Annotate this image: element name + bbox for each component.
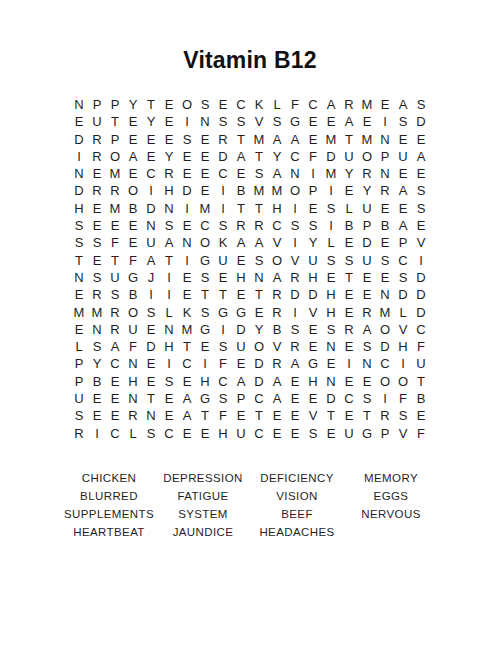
- grid-cell-r15c16: E: [340, 338, 358, 355]
- grid-cell-r3c17: M: [358, 131, 376, 148]
- grid-cell-r4c10: A: [232, 148, 250, 165]
- grid-cell-r19c11: T: [250, 407, 268, 424]
- puzzle-title: Vitamin B12: [0, 47, 500, 74]
- grid-cell-r4c14: F: [304, 148, 322, 165]
- grid-cell-r18c5: T: [142, 390, 160, 407]
- grid-cell-r8c10: R: [232, 217, 250, 234]
- grid-cell-r17c9: C: [214, 373, 232, 390]
- grid-cell-r9c12: V: [268, 234, 286, 251]
- grid-cell-r5c13: N: [286, 165, 304, 182]
- grid-cell-r2c9: S: [214, 113, 232, 130]
- grid-cell-r17c1: P: [70, 373, 88, 390]
- grid-cell-r13c6: L: [160, 304, 178, 321]
- grid-cell-r2c5: Y: [142, 113, 160, 130]
- grid-cell-r7c20: S: [412, 200, 430, 217]
- grid-cell-r3c9: R: [214, 131, 232, 148]
- grid-cell-r13c19: L: [394, 304, 412, 321]
- grid-cell-r2c17: E: [358, 113, 376, 130]
- grid-cell-r1c9: E: [214, 96, 232, 113]
- grid-cell-r17c13: E: [286, 373, 304, 390]
- grid-cell-r6c6: H: [160, 182, 178, 199]
- grid-cell-r16c13: A: [286, 355, 304, 372]
- grid-cell-r1c1: N: [70, 96, 88, 113]
- grid-cell-r1c6: E: [160, 96, 178, 113]
- grid-cell-r20c4: L: [124, 425, 142, 442]
- grid-cell-r10c2: E: [88, 252, 106, 269]
- grid-cell-r17c18: O: [376, 373, 394, 390]
- grid-cell-r20c3: C: [106, 425, 124, 442]
- grid-cell-r10c5: A: [142, 252, 160, 269]
- grid-cell-r19c13: E: [286, 407, 304, 424]
- grid-cell-r3c18: N: [376, 131, 394, 148]
- grid-cell-r13c8: S: [196, 304, 214, 321]
- grid-cell-r19c5: N: [142, 407, 160, 424]
- grid-cell-r19c17: T: [358, 407, 376, 424]
- grid-cell-r15c5: D: [142, 338, 160, 355]
- grid-cell-r17c15: N: [322, 373, 340, 390]
- grid-cell-r5c16: Y: [340, 165, 358, 182]
- grid-cell-r5c12: A: [268, 165, 286, 182]
- grid-cell-r14c7: M: [178, 321, 196, 338]
- grid-cell-r15c10: U: [232, 338, 250, 355]
- grid-cell-r8c17: P: [358, 217, 376, 234]
- grid-cell-r10c1: T: [70, 252, 88, 269]
- grid-cell-r13c3: R: [106, 304, 124, 321]
- grid-cell-r11c14: H: [304, 269, 322, 286]
- grid-cell-r20c15: E: [322, 425, 340, 442]
- grid-cell-r15c1: L: [70, 338, 88, 355]
- grid-cell-r14c11: Y: [250, 321, 268, 338]
- grid-cell-r5c20: E: [412, 165, 430, 182]
- grid-cell-r4c13: C: [286, 148, 304, 165]
- grid-cell-r1c20: S: [412, 96, 430, 113]
- grid-cell-r13c4: O: [124, 304, 142, 321]
- word-bank-item-system: SYSTEM: [156, 505, 250, 523]
- grid-cell-r6c19: A: [394, 182, 412, 199]
- grid-cell-r19c6: E: [160, 407, 178, 424]
- grid-cell-r20c16: U: [340, 425, 358, 442]
- grid-cell-r1c3: P: [106, 96, 124, 113]
- grid-cell-r14c6: N: [160, 321, 178, 338]
- grid-cell-r14c13: S: [286, 321, 304, 338]
- grid-cell-r8c20: E: [412, 217, 430, 234]
- grid-cell-r19c16: E: [340, 407, 358, 424]
- grid-cell-r2c8: N: [196, 113, 214, 130]
- grid-cell-r6c5: I: [142, 182, 160, 199]
- grid-cell-r11c15: E: [322, 269, 340, 286]
- grid-cell-r4c17: O: [358, 148, 376, 165]
- grid-cell-r19c12: E: [268, 407, 286, 424]
- grid-cell-r2c1: E: [70, 113, 88, 130]
- grid-cell-r9c14: Y: [304, 234, 322, 251]
- grid-cell-r11c9: E: [214, 269, 232, 286]
- word-bank-empty: [344, 523, 438, 541]
- grid-cell-r14c5: E: [142, 321, 160, 338]
- grid-cell-r15c14: E: [304, 338, 322, 355]
- grid-cell-r7c3: M: [106, 200, 124, 217]
- grid-cell-r9c1: S: [70, 234, 88, 251]
- grid-cell-r14c12: B: [268, 321, 286, 338]
- grid-cell-r7c7: I: [178, 200, 196, 217]
- grid-cell-r15c13: R: [286, 338, 304, 355]
- word-bank-item-deficiency: DEFICIENCY: [250, 469, 344, 487]
- grid-cell-r2c2: U: [88, 113, 106, 130]
- grid-cell-r1c10: C: [232, 96, 250, 113]
- grid-cell-r13c17: R: [358, 304, 376, 321]
- grid-cell-r17c17: E: [358, 373, 376, 390]
- grid-cell-r10c3: T: [106, 252, 124, 269]
- grid-cell-r6c11: M: [250, 182, 268, 199]
- grid-cell-r16c18: C: [376, 355, 394, 372]
- grid-cell-r6c17: Y: [358, 182, 376, 199]
- grid-cell-r2c10: S: [232, 113, 250, 130]
- grid-cell-r12c18: N: [376, 286, 394, 303]
- grid-cell-r13c16: E: [340, 304, 358, 321]
- grid-cell-r20c2: I: [88, 425, 106, 442]
- grid-cell-r14c20: C: [412, 321, 430, 338]
- grid-cell-r5c9: C: [214, 165, 232, 182]
- grid-cell-r18c15: D: [322, 390, 340, 407]
- grid-cell-r15c7: T: [178, 338, 196, 355]
- grid-cell-r9c18: E: [376, 234, 394, 251]
- grid-cell-r6c10: B: [232, 182, 250, 199]
- grid-cell-r3c15: M: [322, 131, 340, 148]
- grid-cell-r20c13: E: [286, 425, 304, 442]
- grid-cell-r20c17: G: [358, 425, 376, 442]
- grid-cell-r8c4: E: [124, 217, 142, 234]
- grid-cell-r12c7: E: [178, 286, 196, 303]
- grid-cell-r4c8: E: [196, 148, 214, 165]
- word-bank-item-heartbeat: HEARTBEAT: [62, 523, 156, 541]
- grid-cell-r4c16: U: [340, 148, 358, 165]
- grid-cell-r1c7: O: [178, 96, 196, 113]
- grid-cell-r17c19: O: [394, 373, 412, 390]
- grid-cell-r13c18: M: [376, 304, 394, 321]
- grid-cell-r7c16: L: [340, 200, 358, 217]
- grid-cell-r19c2: E: [88, 407, 106, 424]
- grid-cell-r12c13: D: [286, 286, 304, 303]
- grid-cell-r6c2: R: [88, 182, 106, 199]
- grid-cell-r17c4: H: [124, 373, 142, 390]
- grid-cell-r14c3: R: [106, 321, 124, 338]
- grid-cell-r8c1: S: [70, 217, 88, 234]
- grid-cell-r3c16: T: [340, 131, 358, 148]
- word-bank-item-memory: MEMORY: [344, 469, 438, 487]
- grid-cell-r11c2: S: [88, 269, 106, 286]
- grid-cell-r18c14: E: [304, 390, 322, 407]
- grid-cell-r4c15: D: [322, 148, 340, 165]
- grid-cell-r2c12: S: [268, 113, 286, 130]
- grid-cell-r6c8: E: [196, 182, 214, 199]
- word-bank-item-supplements: SUPPLEMENTS: [62, 505, 156, 523]
- grid-cell-r13c15: H: [322, 304, 340, 321]
- grid-cell-r15c20: F: [412, 338, 430, 355]
- grid-cell-r1c11: K: [250, 96, 268, 113]
- grid-cell-r16c15: E: [322, 355, 340, 372]
- grid-cell-r4c1: I: [70, 148, 88, 165]
- grid-cell-r2c15: E: [322, 113, 340, 130]
- grid-cell-r3c1: D: [70, 131, 88, 148]
- grid-cell-r2c3: T: [106, 113, 124, 130]
- grid-cell-r4c7: E: [178, 148, 196, 165]
- grid-cell-r12c9: T: [214, 286, 232, 303]
- grid-cell-r14c15: S: [322, 321, 340, 338]
- grid-cell-r17c14: H: [304, 373, 322, 390]
- grid-cell-r3c6: E: [160, 131, 178, 148]
- grid-cell-r7c19: E: [394, 200, 412, 217]
- grid-cell-r8c11: R: [250, 217, 268, 234]
- grid-cell-r17c20: T: [412, 373, 430, 390]
- grid-cell-r20c20: F: [412, 425, 430, 442]
- grid-cell-r3c20: E: [412, 131, 430, 148]
- grid-cell-r9c5: U: [142, 234, 160, 251]
- grid-cell-r10c16: S: [340, 252, 358, 269]
- grid-cell-r13c14: V: [304, 304, 322, 321]
- grid-cell-r18c2: E: [88, 390, 106, 407]
- grid-cell-r17c16: E: [340, 373, 358, 390]
- grid-cell-r20c11: C: [250, 425, 268, 442]
- grid-cell-r6c1: D: [70, 182, 88, 199]
- grid-cell-r9c8: O: [196, 234, 214, 251]
- grid-cell-r15c11: O: [250, 338, 268, 355]
- grid-cell-r17c8: H: [196, 373, 214, 390]
- grid-cell-r3c12: A: [268, 131, 286, 148]
- grid-cell-r15c3: A: [106, 338, 124, 355]
- grid-cell-r5c2: E: [88, 165, 106, 182]
- grid-cell-r18c17: S: [358, 390, 376, 407]
- grid-cell-r5c3: M: [106, 165, 124, 182]
- grid-cell-r9c7: N: [178, 234, 196, 251]
- grid-cell-r10c10: E: [232, 252, 250, 269]
- grid-cell-r16c16: I: [340, 355, 358, 372]
- grid-cell-r18c10: P: [232, 390, 250, 407]
- grid-cell-r12c17: E: [358, 286, 376, 303]
- grid-cell-r6c14: P: [304, 182, 322, 199]
- grid-cell-r16c7: C: [178, 355, 196, 372]
- grid-cell-r18c6: E: [160, 390, 178, 407]
- grid-cell-r1c14: C: [304, 96, 322, 113]
- grid-cell-r10c11: S: [250, 252, 268, 269]
- grid-cell-r9c19: P: [394, 234, 412, 251]
- grid-cell-r6c12: M: [268, 182, 286, 199]
- grid-cell-r15c17: S: [358, 338, 376, 355]
- grid-cell-r12c12: R: [268, 286, 286, 303]
- grid-cell-r12c16: E: [340, 286, 358, 303]
- grid-cell-r7c15: S: [322, 200, 340, 217]
- grid-cell-r1c5: T: [142, 96, 160, 113]
- grid-cell-r14c16: R: [340, 321, 358, 338]
- grid-cell-r17c3: E: [106, 373, 124, 390]
- grid-cell-r9c16: E: [340, 234, 358, 251]
- grid-cell-r5c5: C: [142, 165, 160, 182]
- grid-cell-r15c15: N: [322, 338, 340, 355]
- grid-cell-r5c4: E: [124, 165, 142, 182]
- grid-cell-r9c10: A: [232, 234, 250, 251]
- grid-cell-r7c18: E: [376, 200, 394, 217]
- grid-cell-r2c13: G: [286, 113, 304, 130]
- grid-cell-r8c9: S: [214, 217, 232, 234]
- word-bank-item-fatigue: FATIGUE: [156, 487, 250, 505]
- grid-cell-r14c2: N: [88, 321, 106, 338]
- grid-cell-r3c3: P: [106, 131, 124, 148]
- grid-cell-r9c9: K: [214, 234, 232, 251]
- grid-cell-r15c9: S: [214, 338, 232, 355]
- grid-cell-r6c18: R: [376, 182, 394, 199]
- grid-cell-r19c14: V: [304, 407, 322, 424]
- grid-cell-r19c4: R: [124, 407, 142, 424]
- grid-cell-r19c15: T: [322, 407, 340, 424]
- grid-cell-r16c19: I: [394, 355, 412, 372]
- grid-cell-r11c3: U: [106, 269, 124, 286]
- grid-cell-r18c8: G: [196, 390, 214, 407]
- grid-cell-r8c16: B: [340, 217, 358, 234]
- grid-cell-r16c11: D: [250, 355, 268, 372]
- word-bank: CHICKENDEPRESSIONDEFICIENCYMEMORYBLURRED…: [62, 469, 438, 541]
- grid-cell-r9c15: L: [322, 234, 340, 251]
- grid-cell-r1c18: E: [376, 96, 394, 113]
- grid-cell-r11c10: H: [232, 269, 250, 286]
- grid-cell-r7c14: E: [304, 200, 322, 217]
- grid-cell-r7c9: I: [214, 200, 232, 217]
- grid-cell-r2c20: D: [412, 113, 430, 130]
- grid-cell-r20c7: E: [178, 425, 196, 442]
- grid-cell-r12c6: I: [160, 286, 178, 303]
- grid-cell-r1c19: A: [394, 96, 412, 113]
- grid-cell-r8c8: C: [196, 217, 214, 234]
- grid-cell-r7c10: T: [232, 200, 250, 217]
- grid-cell-r4c2: R: [88, 148, 106, 165]
- grid-cell-r6c13: O: [286, 182, 304, 199]
- grid-cell-r7c17: U: [358, 200, 376, 217]
- grid-cell-r3c13: A: [286, 131, 304, 148]
- grid-cell-r1c16: R: [340, 96, 358, 113]
- grid-cell-r3c2: R: [88, 131, 106, 148]
- grid-cell-r10c6: T: [160, 252, 178, 269]
- word-bank-item-depression: DEPRESSION: [156, 469, 250, 487]
- grid-cell-r14c10: D: [232, 321, 250, 338]
- grid-cell-r20c9: H: [214, 425, 232, 442]
- grid-cell-r6c9: I: [214, 182, 232, 199]
- grid-cell-r5c7: E: [178, 165, 196, 182]
- grid-cell-r8c18: B: [376, 217, 394, 234]
- grid-cell-r18c11: C: [250, 390, 268, 407]
- grid-cell-r4c19: U: [394, 148, 412, 165]
- word-bank-item-eggs: EGGS: [344, 487, 438, 505]
- grid-cell-r18c7: A: [178, 390, 196, 407]
- grid-cell-r9c4: E: [124, 234, 142, 251]
- grid-cell-r13c9: G: [214, 304, 232, 321]
- grid-cell-r1c12: L: [268, 96, 286, 113]
- grid-cell-r13c13: I: [286, 304, 304, 321]
- grid-cell-r19c9: F: [214, 407, 232, 424]
- grid-cell-r20c18: P: [376, 425, 394, 442]
- grid-cell-r7c13: I: [286, 200, 304, 217]
- grid-cell-r13c20: D: [412, 304, 430, 321]
- grid-cell-r16c10: E: [232, 355, 250, 372]
- grid-cell-r3c11: M: [250, 131, 268, 148]
- grid-cell-r14c8: G: [196, 321, 214, 338]
- grid-cell-r17c10: A: [232, 373, 250, 390]
- grid-cell-r17c5: E: [142, 373, 160, 390]
- grid-cell-r12c5: I: [142, 286, 160, 303]
- grid-cell-r16c1: P: [70, 355, 88, 372]
- grid-cell-r19c20: E: [412, 407, 430, 424]
- grid-cell-r12c3: S: [106, 286, 124, 303]
- grid-cell-r15c8: E: [196, 338, 214, 355]
- grid-cell-r7c12: H: [268, 200, 286, 217]
- grid-cell-r17c2: B: [88, 373, 106, 390]
- grid-cell-r14c18: O: [376, 321, 394, 338]
- grid-cell-r2c14: E: [304, 113, 322, 130]
- grid-cell-r7c2: E: [88, 200, 106, 217]
- grid-cell-r16c8: I: [196, 355, 214, 372]
- grid-cell-r16c17: N: [358, 355, 376, 372]
- grid-cell-r1c2: P: [88, 96, 106, 113]
- grid-cell-r12c14: D: [304, 286, 322, 303]
- grid-cell-r6c16: E: [340, 182, 358, 199]
- grid-cell-r10c14: U: [304, 252, 322, 269]
- grid-cell-r20c19: V: [394, 425, 412, 442]
- grid-cell-r18c12: A: [268, 390, 286, 407]
- grid-cell-r10c8: G: [196, 252, 214, 269]
- grid-cell-r9c6: A: [160, 234, 178, 251]
- word-bank-item-nervous: NERVOUS: [344, 505, 438, 523]
- grid-cell-r6c20: S: [412, 182, 430, 199]
- grid-cell-r11c6: I: [160, 269, 178, 286]
- grid-cell-r20c8: E: [196, 425, 214, 442]
- grid-cell-r4c4: A: [124, 148, 142, 165]
- grid-cell-r8c5: N: [142, 217, 160, 234]
- grid-cell-r11c11: N: [250, 269, 268, 286]
- word-bank-item-blurred: BLURRED: [62, 487, 156, 505]
- word-bank-item-chicken: CHICKEN: [62, 469, 156, 487]
- grid-cell-r2c6: E: [160, 113, 178, 130]
- grid-cell-r18c19: F: [394, 390, 412, 407]
- grid-cell-r19c3: E: [106, 407, 124, 424]
- grid-cell-r15c19: H: [394, 338, 412, 355]
- grid-cell-r16c12: R: [268, 355, 286, 372]
- grid-cell-r17c11: D: [250, 373, 268, 390]
- grid-cell-r14c19: V: [394, 321, 412, 338]
- grid-cell-r19c18: R: [376, 407, 394, 424]
- grid-cell-r3c5: E: [142, 131, 160, 148]
- grid-cell-r5c10: E: [232, 165, 250, 182]
- grid-cell-r5c15: M: [322, 165, 340, 182]
- grid-cell-r10c17: U: [358, 252, 376, 269]
- grid-cell-r3c8: E: [196, 131, 214, 148]
- grid-cell-r18c9: S: [214, 390, 232, 407]
- grid-cell-r4c9: D: [214, 148, 232, 165]
- grid-cell-r11c4: G: [124, 269, 142, 286]
- grid-cell-r5c18: N: [376, 165, 394, 182]
- grid-cell-r8c15: I: [322, 217, 340, 234]
- grid-cell-r10c20: I: [412, 252, 430, 269]
- grid-cell-r1c17: M: [358, 96, 376, 113]
- grid-cell-r12c19: D: [394, 286, 412, 303]
- grid-cell-r10c18: S: [376, 252, 394, 269]
- grid-cell-r15c2: S: [88, 338, 106, 355]
- grid-cell-r18c18: I: [376, 390, 394, 407]
- grid-cell-r18c20: B: [412, 390, 430, 407]
- grid-cell-r16c9: F: [214, 355, 232, 372]
- grid-cell-r6c7: D: [178, 182, 196, 199]
- grid-cell-r4c6: Y: [160, 148, 178, 165]
- grid-cell-r5c6: R: [160, 165, 178, 182]
- grid-cell-r3c10: T: [232, 131, 250, 148]
- grid-cell-r3c14: E: [304, 131, 322, 148]
- grid-cell-r12c15: H: [322, 286, 340, 303]
- grid-cell-r12c10: E: [232, 286, 250, 303]
